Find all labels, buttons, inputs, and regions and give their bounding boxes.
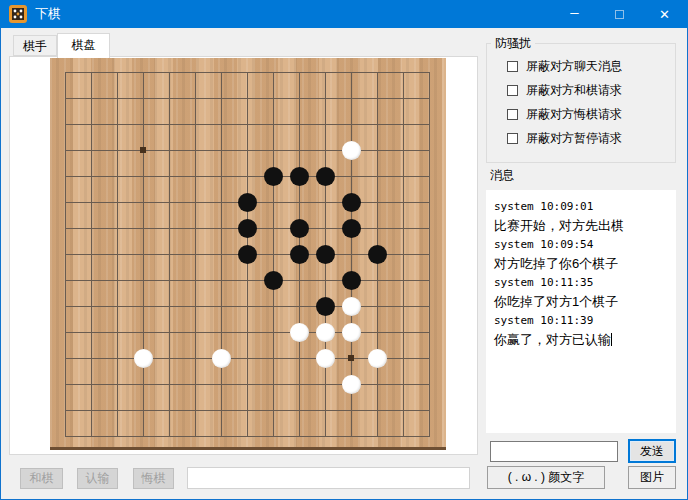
message-text: 你赢了，对方已认输 bbox=[494, 330, 668, 349]
block-draw-checkbox-row[interactable]: 屏蔽对方和棋请求 bbox=[507, 83, 622, 97]
block-pause-checkbox-row[interactable]: 屏蔽对方暂停请求 bbox=[507, 131, 622, 145]
black-stone bbox=[316, 297, 335, 316]
undo-button: 悔棋 bbox=[133, 468, 174, 489]
black-stone bbox=[290, 167, 309, 186]
black-stone bbox=[264, 167, 283, 186]
white-stone bbox=[368, 349, 387, 368]
black-stone bbox=[342, 219, 361, 238]
block-undo-checkbox[interactable] bbox=[507, 109, 518, 120]
close-button[interactable]: ✕ bbox=[642, 0, 687, 28]
white-stone bbox=[342, 297, 361, 316]
star-point bbox=[140, 147, 146, 153]
message-meta: system 10:09:01 bbox=[494, 197, 668, 216]
message-text: 你吃掉了对方1个棋子 bbox=[494, 292, 668, 311]
black-stone bbox=[238, 193, 257, 212]
close-icon: ✕ bbox=[659, 7, 670, 22]
black-stone bbox=[316, 245, 335, 264]
black-stone bbox=[342, 271, 361, 290]
white-stone bbox=[316, 323, 335, 342]
app-window: 下棋 – ✕ 棋手 棋盘 防骚扰 屏蔽对方聊天消息 屏蔽对方和棋请求 屏蔽对方悔… bbox=[0, 0, 688, 500]
block-pause-checkbox[interactable] bbox=[507, 133, 518, 144]
block-draw-checkbox[interactable] bbox=[507, 85, 518, 96]
message-text: 对方吃掉了你6个棋子 bbox=[494, 254, 668, 273]
message-text: 比赛开始，对方先出棋 bbox=[494, 216, 668, 235]
black-stone bbox=[290, 219, 309, 238]
game-board[interactable] bbox=[50, 58, 446, 450]
block-chat-label: 屏蔽对方聊天消息 bbox=[526, 58, 622, 75]
status-field bbox=[187, 467, 470, 489]
message-meta: system 10:11:35 bbox=[494, 273, 668, 292]
white-stone bbox=[316, 349, 335, 368]
messages-box[interactable]: system 10:09:01比赛开始，对方先出棋system 10:09:54… bbox=[486, 190, 676, 433]
black-stone bbox=[238, 245, 257, 264]
white-stone bbox=[290, 323, 309, 342]
board-tab-pane bbox=[9, 56, 478, 455]
anti-harass-title: 防骚扰 bbox=[491, 35, 535, 52]
block-draw-label: 屏蔽对方和棋请求 bbox=[526, 82, 622, 99]
white-stone bbox=[134, 349, 153, 368]
black-stone bbox=[264, 271, 283, 290]
block-undo-label: 屏蔽对方悔棋请求 bbox=[526, 106, 622, 123]
black-stone bbox=[368, 245, 387, 264]
message-meta: system 10:11:39 bbox=[494, 311, 668, 330]
block-undo-checkbox-row[interactable]: 屏蔽对方悔棋请求 bbox=[507, 107, 622, 121]
send-button[interactable]: 发送 bbox=[628, 439, 676, 463]
white-stone bbox=[212, 349, 231, 368]
text-caret bbox=[611, 333, 612, 346]
resign-button: 认输 bbox=[77, 468, 118, 489]
block-pause-label: 屏蔽对方暂停请求 bbox=[526, 130, 622, 147]
minimize-icon: – bbox=[570, 3, 578, 20]
minimize-button[interactable]: – bbox=[552, 0, 597, 28]
messages-title: 消息 bbox=[490, 167, 514, 184]
maximize-button bbox=[597, 0, 642, 28]
white-stone bbox=[342, 141, 361, 160]
black-stone bbox=[316, 167, 335, 186]
chat-input[interactable] bbox=[490, 441, 618, 462]
image-button[interactable]: 图片 bbox=[628, 466, 676, 489]
tab-players[interactable]: 棋手 bbox=[13, 35, 57, 56]
white-stone bbox=[342, 323, 361, 342]
maximize-icon bbox=[615, 10, 624, 19]
message-meta: system 10:09:54 bbox=[494, 235, 668, 254]
window-title: 下棋 bbox=[35, 0, 61, 28]
title-bar[interactable]: 下棋 – ✕ bbox=[0, 0, 688, 28]
star-point bbox=[348, 355, 354, 361]
black-stone bbox=[238, 219, 257, 238]
white-stone bbox=[342, 375, 361, 394]
draw-button: 和棋 bbox=[20, 468, 63, 489]
app-icon bbox=[9, 5, 27, 23]
emoticon-button[interactable]: ( . ω . ) 颜文字 bbox=[487, 466, 605, 489]
tab-board[interactable]: 棋盘 bbox=[57, 33, 110, 58]
block-chat-checkbox-row[interactable]: 屏蔽对方聊天消息 bbox=[507, 59, 622, 73]
black-stone bbox=[290, 245, 309, 264]
black-stone bbox=[342, 193, 361, 212]
block-chat-checkbox[interactable] bbox=[507, 61, 518, 72]
